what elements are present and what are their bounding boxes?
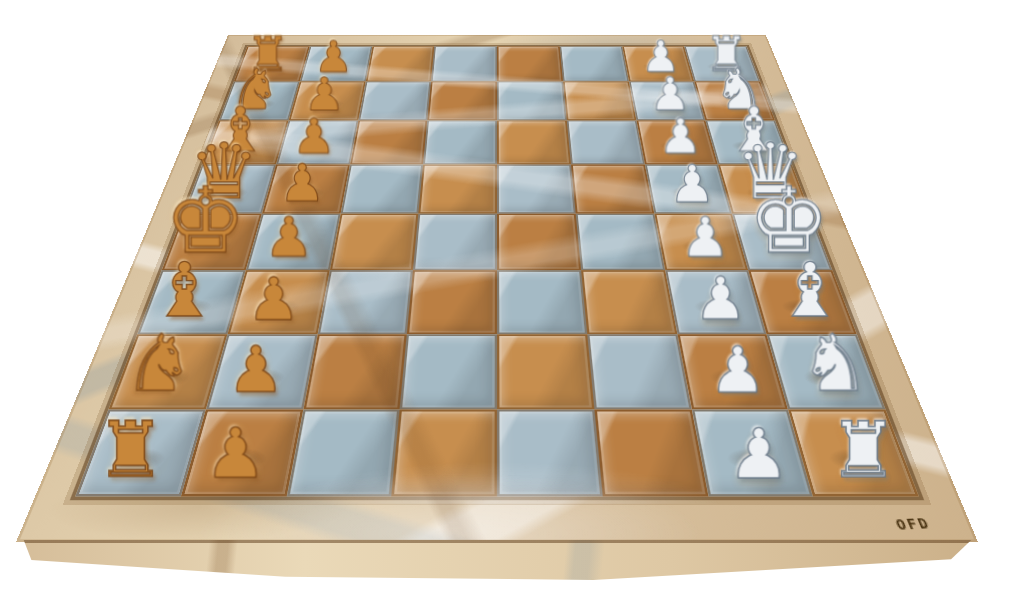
square-a6 — [365, 46, 434, 81]
white-pawn: ♟ — [658, 114, 701, 160]
square-d4 — [497, 164, 575, 213]
white-pawn: ♟ — [709, 340, 766, 400]
square-d5 — [419, 164, 497, 213]
square-h4 — [497, 409, 602, 497]
square-h8: ♜ — [75, 409, 206, 497]
white-knight: ♞ — [799, 327, 869, 401]
gold-pawn: ♟ — [279, 159, 325, 208]
square-c4 — [497, 120, 571, 164]
artist-signature: OFD — [893, 515, 933, 533]
square-c6 — [350, 120, 428, 164]
white-rook: ♜ — [828, 414, 897, 487]
square-g3 — [587, 334, 691, 409]
square-e4 — [497, 214, 581, 270]
square-g4 — [497, 334, 594, 409]
artwork-photo: ♜♟♟♜♞♟♟♞♝♟♟♝♛♟♟♛♚♟♟♚♝♟♟♝♞♟♟♞♜♟♟♜ OFD — [0, 0, 1024, 596]
gold-knight: ♞ — [125, 327, 195, 401]
square-c3 — [567, 120, 645, 164]
gold-pawn: ♟ — [205, 421, 267, 487]
square-h3 — [594, 409, 708, 497]
square-d6 — [340, 164, 423, 213]
square-b4 — [497, 81, 567, 120]
square-b3 — [563, 81, 636, 120]
gold-pawn: ♟ — [292, 114, 335, 160]
square-e3 — [575, 214, 664, 270]
square-e6 — [329, 214, 418, 270]
square-a3 — [559, 46, 628, 81]
white-pawn: ♟ — [669, 159, 715, 208]
gold-pawn: ♟ — [264, 212, 313, 264]
square-f4 — [497, 270, 587, 334]
square-a4 — [497, 46, 563, 81]
square-h6 — [286, 409, 400, 497]
square-f7: ♟ — [227, 270, 329, 334]
square-e7: ♟ — [246, 214, 341, 270]
board-grid: ♜♟♟♜♞♟♟♞♝♟♟♝♛♟♟♛♚♟♟♚♝♟♟♝♞♟♟♞♜♟♟♜ — [75, 46, 919, 496]
square-g5 — [400, 334, 497, 409]
white-pawn: ♟ — [727, 421, 789, 487]
square-d3 — [571, 164, 654, 213]
square-f5 — [407, 270, 497, 334]
square-h5 — [392, 409, 497, 497]
square-f3 — [581, 270, 677, 334]
square-e2: ♟ — [654, 214, 749, 270]
square-b5 — [427, 81, 497, 120]
square-f6 — [317, 270, 413, 334]
square-g8: ♞ — [109, 334, 227, 409]
gold-pawn: ♟ — [228, 340, 285, 400]
gold-rook: ♜ — [97, 414, 166, 487]
white-pawn: ♟ — [680, 212, 729, 264]
gold-pawn: ♟ — [247, 271, 300, 327]
square-a5 — [431, 46, 497, 81]
gold-bishop: ♝ — [151, 256, 218, 327]
board-perspective: ♜♟♟♜♞♟♟♞♝♟♟♝♛♟♟♛♚♟♟♚♝♟♟♝♞♟♟♞♜♟♟♜ OFD — [0, 0, 1024, 596]
square-c5 — [423, 120, 497, 164]
square-g6 — [303, 334, 407, 409]
square-h1: ♜ — [788, 409, 919, 497]
square-e5 — [413, 214, 497, 270]
square-g1: ♞ — [767, 334, 885, 409]
square-b6 — [358, 81, 431, 120]
white-bishop: ♝ — [776, 256, 843, 327]
white-pawn: ♟ — [694, 271, 747, 327]
chess-board: ♜♟♟♜♞♟♟♞♝♟♟♝♛♟♟♛♚♟♟♚♝♟♟♝♞♟♟♞♜♟♟♜ OFD — [16, 35, 978, 542]
